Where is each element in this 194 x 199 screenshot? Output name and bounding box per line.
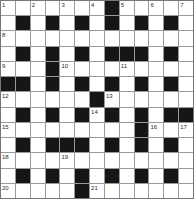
crossword-cell[interactable] [16,92,30,106]
crossword-cell[interactable] [1,169,15,183]
crossword-cell[interactable] [46,92,60,106]
crossword-cell[interactable]: 13 [105,92,119,106]
crossword-cell[interactable] [46,184,60,198]
crossword-cell[interactable] [179,47,193,61]
crossword-cell[interactable]: 18 [1,153,15,167]
crossword-cell[interactable] [164,123,178,137]
blocked-cell [46,62,60,76]
crossword-cell[interactable] [164,184,178,198]
crossword-cell[interactable] [31,47,45,61]
crossword-cell[interactable] [120,184,134,198]
crossword-cell[interactable] [1,108,15,122]
blocked-cell [46,16,60,30]
crossword-cell[interactable] [149,62,163,76]
crossword-cell[interactable] [164,31,178,45]
crossword-cell[interactable] [31,31,45,45]
crossword-cell[interactable] [1,138,15,152]
crossword-cell[interactable] [105,62,119,76]
crossword-cell[interactable] [179,92,193,106]
crossword-cell[interactable] [1,47,15,61]
crossword-cell[interactable] [90,123,104,137]
blocked-cell [105,77,119,91]
crossword-cell[interactable] [90,47,104,61]
crossword-cell[interactable] [164,153,178,167]
blocked-cell [75,138,89,152]
clue-number: 7 [179,1,183,8]
crossword-cell[interactable]: 20 [1,184,15,198]
crossword-cell[interactable] [164,92,178,106]
blocked-cell [16,138,30,152]
crossword-cell[interactable] [46,153,60,167]
crossword-cell[interactable] [179,138,193,152]
crossword-cell[interactable] [135,1,149,15]
crossword-cell[interactable]: 14 [90,108,104,122]
crossword-cell[interactable] [120,123,134,137]
crossword-cell[interactable] [120,31,134,45]
crossword-cell[interactable] [149,77,163,91]
crossword-cell[interactable] [135,62,149,76]
crossword-cell[interactable]: 15 [1,123,15,137]
crossword-cell[interactable] [16,62,30,76]
clue-number: 13 [105,92,113,99]
crossword-cell[interactable] [90,31,104,45]
crossword-cell[interactable] [135,184,149,198]
crossword-cell[interactable] [120,77,134,91]
crossword-cell[interactable] [75,62,89,76]
clue-number: 1 [1,1,5,8]
crossword-cell[interactable] [31,184,45,198]
crossword-cell[interactable]: 21 [90,184,104,198]
blocked-cell [1,77,15,91]
blocked-cell [164,16,178,30]
blocked-cell [135,77,149,91]
blocked-cell [135,123,149,137]
crossword-cell[interactable]: 6 [149,1,163,15]
clue-number: 9 [1,62,5,69]
blocked-cell [105,138,119,152]
clue-number: 14 [90,108,98,115]
blocked-cell [46,77,60,91]
crossword-cell[interactable]: 7 [179,1,193,15]
crossword-cell[interactable] [31,169,45,183]
blocked-cell [179,108,193,122]
crossword-cell[interactable] [120,16,134,30]
crossword-cell[interactable] [60,169,74,183]
blocked-cell [46,47,60,61]
crossword-cell[interactable] [31,92,45,106]
crossword-cell[interactable] [16,31,30,45]
clue-number: 20 [1,184,9,191]
crossword-cell[interactable] [179,169,193,183]
crossword-cell[interactable] [179,62,193,76]
crossword-cell[interactable] [60,108,74,122]
clue-number: 4 [90,1,94,8]
crossword-cell[interactable] [149,92,163,106]
crossword-cell[interactable] [60,92,74,106]
crossword-cell[interactable] [75,1,89,15]
crossword-cell[interactable] [179,16,193,30]
crossword-cell[interactable] [149,31,163,45]
crossword-cell[interactable] [179,184,193,198]
crossword-cell[interactable] [75,123,89,137]
crossword-cell[interactable] [90,77,104,91]
blocked-cell [75,184,89,198]
blocked-cell [135,169,149,183]
crossword-cell[interactable] [135,92,149,106]
crossword-cell[interactable] [60,31,74,45]
crossword-cell[interactable] [31,123,45,137]
blocked-cell [75,47,89,61]
crossword-cell[interactable]: 1 [1,1,15,15]
crossword-cell[interactable] [90,153,104,167]
crossword-cell[interactable]: 11 [120,62,134,76]
blocked-cell [164,169,178,183]
crossword-cell[interactable] [46,123,60,137]
crossword-cell[interactable] [164,62,178,76]
blocked-cell [46,138,60,152]
crossword-cell[interactable]: 4 [90,1,104,15]
crossword-cell[interactable]: 3 [60,1,74,15]
crossword-cell[interactable] [149,184,163,198]
crossword-cell[interactable] [120,138,134,152]
crossword-cell[interactable] [31,108,45,122]
blocked-cell [164,77,178,91]
crossword-cell[interactable] [149,108,163,122]
blocked-cell [16,16,30,30]
clue-number: 8 [1,31,5,38]
crossword-cell[interactable]: 2 [31,1,45,15]
blocked-cell [16,47,30,61]
crossword-cell[interactable] [105,123,119,137]
blocked-cell [75,108,89,122]
crossword-cell[interactable] [120,108,134,122]
blocked-cell [164,47,178,61]
clue-number: 16 [149,123,157,130]
clue-number: 18 [1,153,9,160]
blocked-cell [120,47,134,61]
crossword-cell[interactable] [149,16,163,30]
blocked-cell [135,108,149,122]
crossword-cell[interactable]: 9 [1,62,15,76]
crossword-cell[interactable] [46,31,60,45]
crossword-cell[interactable] [120,169,134,183]
blocked-cell [135,16,149,30]
blocked-cell [16,169,30,183]
crossword-cell[interactable]: 17 [179,123,193,137]
crossword-cell[interactable]: 8 [1,31,15,45]
crossword-cell[interactable] [105,184,119,198]
crossword-cell[interactable] [60,77,74,91]
crossword-cell[interactable] [60,47,74,61]
blocked-cell [16,108,30,122]
crossword-cell[interactable] [149,47,163,61]
blocked-cell [105,1,119,15]
crossword-cell[interactable]: 16 [149,123,163,137]
crossword-cell[interactable] [16,1,30,15]
crossword-cell[interactable] [149,138,163,152]
crossword-cell[interactable] [16,184,30,198]
clue-number: 17 [179,123,187,130]
blocked-cell [135,47,149,61]
crossword-cell[interactable] [179,153,193,167]
crossword-cell[interactable] [179,31,193,45]
crossword-cell[interactable] [75,153,89,167]
crossword-cell[interactable] [90,169,104,183]
clue-number: 2 [31,1,35,8]
crossword-cell[interactable] [16,123,30,137]
crossword-cell[interactable] [179,77,193,91]
crossword-cell[interactable] [60,123,74,137]
crossword-cell[interactable] [1,16,15,30]
crossword-cell[interactable] [120,153,134,167]
blocked-cell [135,138,149,152]
crossword-cell[interactable] [60,16,74,30]
crossword-cell[interactable] [75,92,89,106]
crossword-cell[interactable] [75,31,89,45]
blocked-cell [105,47,119,61]
blocked-cell [105,169,119,183]
clue-number: 15 [1,123,9,130]
crossword-cell[interactable] [164,1,178,15]
crossword-cell[interactable] [105,153,119,167]
crossword-cell[interactable]: 19 [60,153,74,167]
crossword-cell[interactable]: 12 [1,92,15,106]
crossword-cell[interactable] [31,138,45,152]
crossword-grid: 123456789101112131415161718192021 [0,0,194,199]
blocked-cell [16,77,30,91]
crossword-cell[interactable] [90,62,104,76]
clue-number: 5 [120,1,124,8]
crossword-cell[interactable] [90,138,104,152]
blocked-cell [75,169,89,183]
blocked-cell [75,77,89,91]
clue-number: 3 [60,1,64,8]
blocked-cell [46,169,60,183]
crossword-cell[interactable] [120,92,134,106]
crossword-cell[interactable] [149,153,163,167]
crossword-cell[interactable] [46,1,60,15]
blocked-cell [164,108,178,122]
crossword-cell[interactable] [31,153,45,167]
crossword-cell[interactable] [31,77,45,91]
crossword-cell[interactable] [149,169,163,183]
clue-number: 11 [120,62,127,69]
clue-number: 12 [1,92,9,99]
crossword-cell[interactable] [31,62,45,76]
blocked-cell [105,108,119,122]
clue-number: 21 [90,184,98,191]
crossword-cell[interactable] [135,153,149,167]
blocked-cell [164,138,178,152]
crossword-cell[interactable] [16,153,30,167]
crossword-cell[interactable]: 10 [60,62,74,76]
crossword-cell[interactable] [135,31,149,45]
crossword-cell[interactable]: 5 [120,1,134,15]
clue-number: 10 [60,62,68,69]
crossword-cell[interactable] [105,31,119,45]
blocked-cell [60,138,74,152]
crossword-cell[interactable] [90,16,104,30]
clue-number: 6 [149,1,153,8]
blocked-cell [75,16,89,30]
crossword-cell[interactable] [60,184,74,198]
clue-number: 19 [60,153,68,160]
crossword-cell[interactable] [31,16,45,30]
blocked-cell [105,16,119,30]
blocked-cell [46,108,60,122]
blocked-cell [90,92,104,106]
